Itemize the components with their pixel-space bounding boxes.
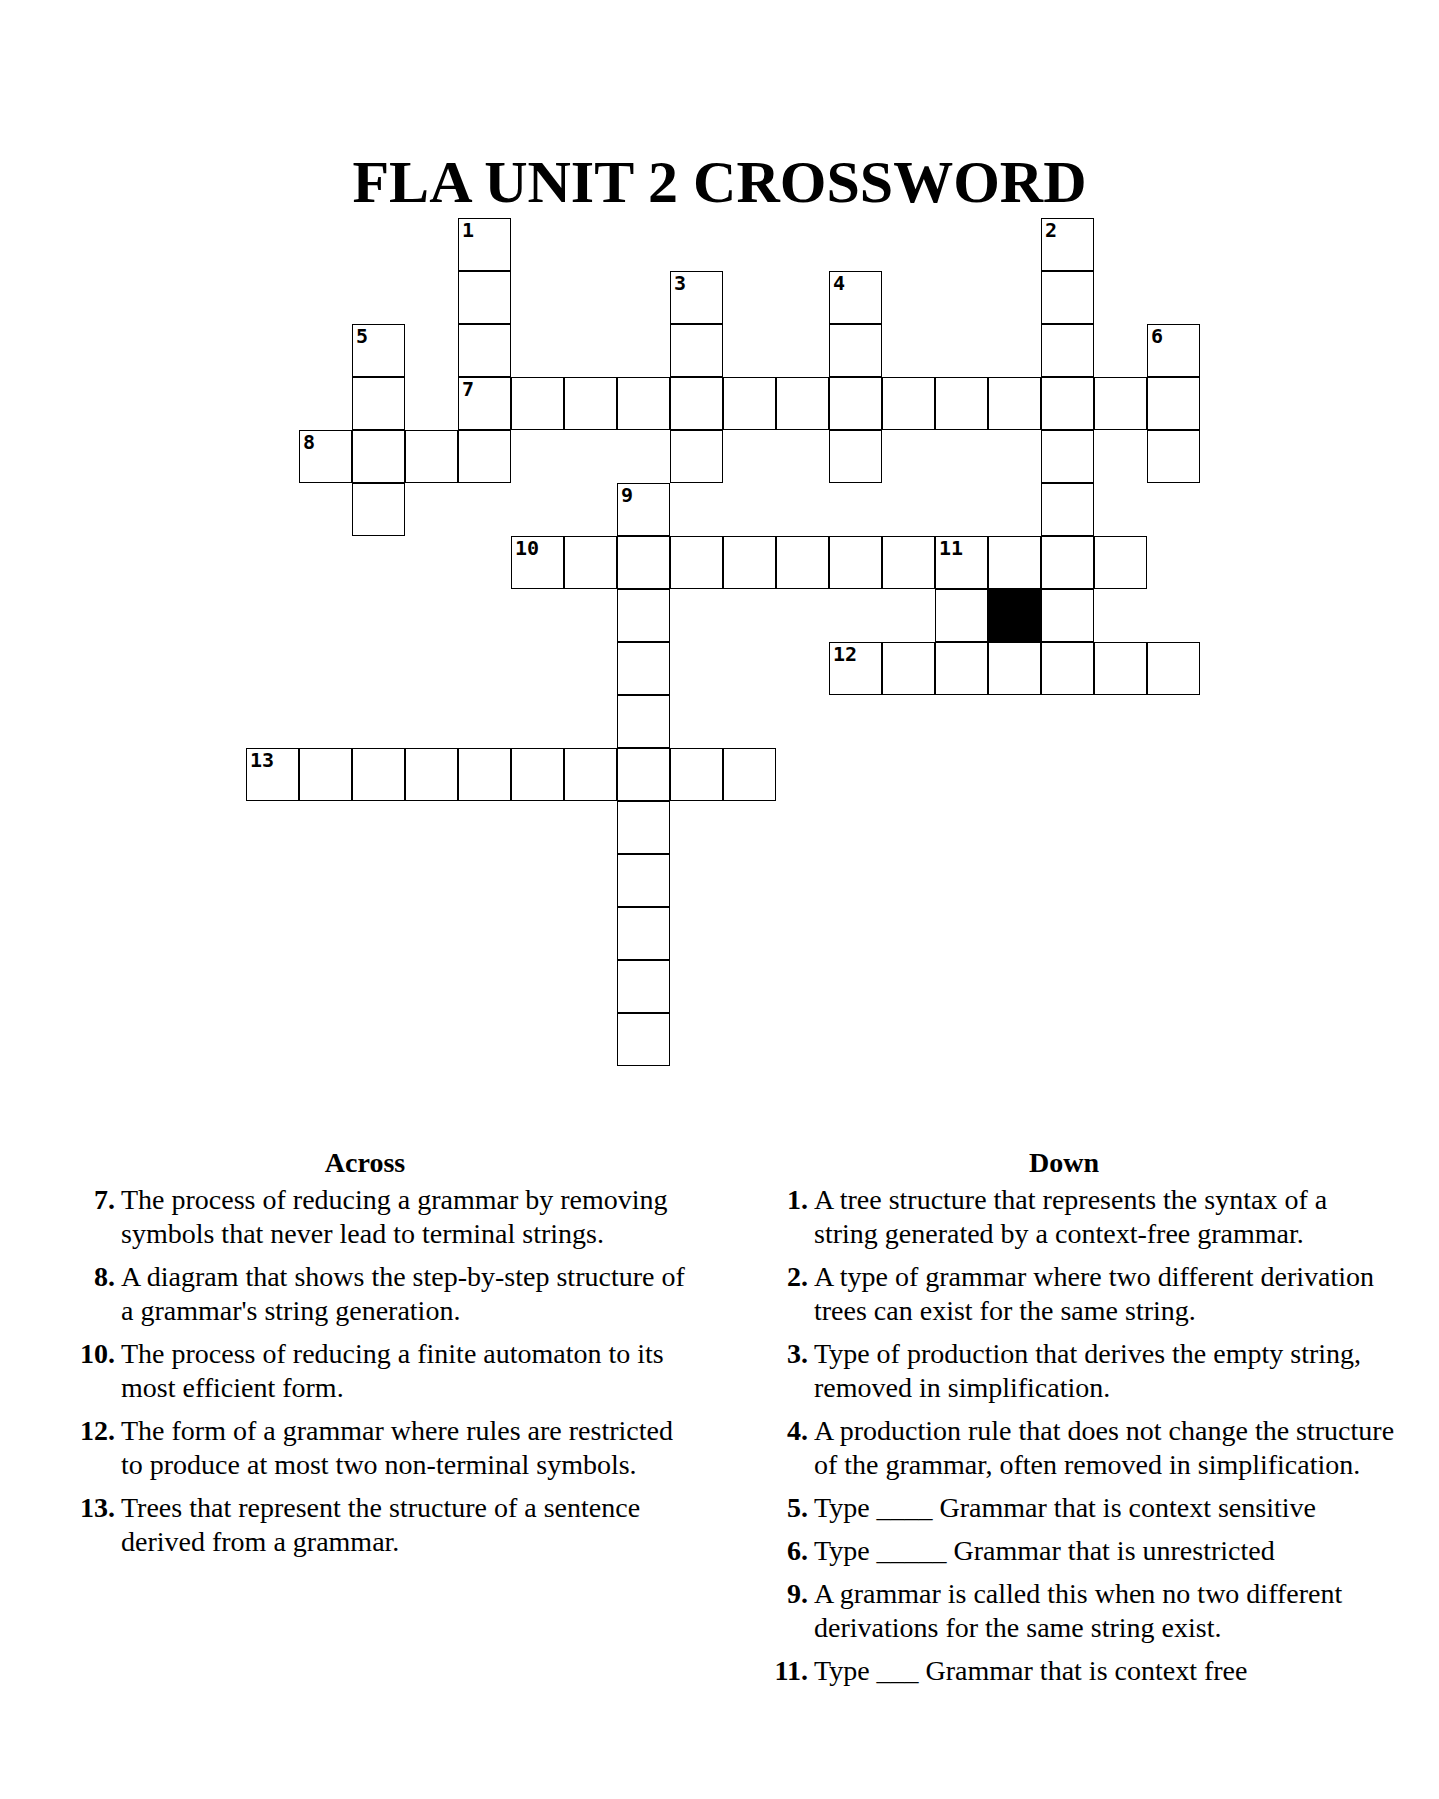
- cell-r2c4[interactable]: [458, 324, 511, 377]
- across-clue-list: 7.The process of reducing a grammar by r…: [40, 1183, 690, 1559]
- cell-r6c15[interactable]: [1041, 536, 1094, 589]
- across-clue-text: The process of reducing a finite automat…: [121, 1337, 690, 1405]
- clue-number-label-1: 1: [462, 220, 474, 240]
- cell-r4c11[interactable]: [829, 430, 882, 483]
- down-clue-text: A production rule that does not change t…: [814, 1414, 1395, 1482]
- cell-r10c3[interactable]: [405, 748, 458, 801]
- down-clue-list: 1.A tree structure that represents the s…: [733, 1183, 1395, 1688]
- cell-r7c15[interactable]: [1041, 589, 1094, 642]
- down-clue-2: 2.A type of grammar where two different …: [733, 1260, 1395, 1328]
- across-clues-section: Across 7.The process of reducing a gramm…: [40, 1146, 690, 1568]
- down-clue-number: 4.: [733, 1414, 808, 1482]
- across-clue-number: 12.: [40, 1414, 115, 1482]
- cell-r3c11[interactable]: [829, 377, 882, 430]
- page-title: FLA UNIT 2 CROSSWORD: [0, 152, 1439, 212]
- cell-r6c16[interactable]: [1094, 536, 1147, 589]
- down-heading: Down: [733, 1146, 1395, 1180]
- cell-r10c4[interactable]: [458, 748, 511, 801]
- across-clue-8: 8.A diagram that shows the step-by-step …: [40, 1260, 690, 1328]
- cell-r8c13[interactable]: [935, 642, 988, 695]
- cell-r8c16[interactable]: [1094, 642, 1147, 695]
- cell-r4c2[interactable]: [352, 430, 405, 483]
- down-clue-number: 1.: [733, 1183, 808, 1251]
- clue-number-label-4: 4: [833, 273, 845, 293]
- cell-r6c9[interactable]: [723, 536, 776, 589]
- across-clue-number: 7.: [40, 1183, 115, 1251]
- down-clue-text: A grammar is called this when no two dif…: [814, 1577, 1395, 1645]
- down-clues-section: Down 1.A tree structure that represents …: [733, 1146, 1395, 1697]
- down-clue-6: 6.Type _____ Grammar that is unrestricte…: [733, 1534, 1395, 1568]
- cell-r8c14[interactable]: [988, 642, 1041, 695]
- clue-number-label-9: 9: [621, 485, 633, 505]
- cell-r8c12[interactable]: [882, 642, 935, 695]
- crossword-grid: 12345678910111213: [246, 218, 1200, 1066]
- down-clue-5: 5.Type ____ Grammar that is context sens…: [733, 1491, 1395, 1525]
- cell-r3c6[interactable]: [564, 377, 617, 430]
- block-cell-r7c14: [988, 589, 1041, 642]
- cell-r10c9[interactable]: [723, 748, 776, 801]
- clue-number-label-11: 11: [939, 538, 963, 558]
- cell-r4c8[interactable]: [670, 430, 723, 483]
- cell-r4c4[interactable]: [458, 430, 511, 483]
- down-clue-3: 3.Type of production that derives the em…: [733, 1337, 1395, 1405]
- cell-r9c7[interactable]: [617, 695, 670, 748]
- down-clue-number: 9.: [733, 1577, 808, 1645]
- down-clue-text: Type ___ Grammar that is context free: [814, 1654, 1247, 1688]
- cell-r3c8[interactable]: [670, 377, 723, 430]
- cell-r6c12[interactable]: [882, 536, 935, 589]
- cell-r10c1[interactable]: [299, 748, 352, 801]
- down-clue-number: 5.: [733, 1491, 808, 1525]
- across-clue-number: 8.: [40, 1260, 115, 1328]
- cell-r3c13[interactable]: [935, 377, 988, 430]
- clue-number-label-6: 6: [1151, 326, 1163, 346]
- down-clue-1: 1.A tree structure that represents the s…: [733, 1183, 1395, 1251]
- across-clue-10: 10.The process of reducing a finite auto…: [40, 1337, 690, 1405]
- clue-number-label-2: 2: [1045, 220, 1057, 240]
- cell-r8c15[interactable]: [1041, 642, 1094, 695]
- cell-r6c7[interactable]: [617, 536, 670, 589]
- cell-r3c5[interactable]: [511, 377, 564, 430]
- cell-r6c6[interactable]: [564, 536, 617, 589]
- cell-r14c7[interactable]: [617, 960, 670, 1013]
- clue-number-label-5: 5: [356, 326, 368, 346]
- down-clue-number: 3.: [733, 1337, 808, 1405]
- cell-r11c7[interactable]: [617, 801, 670, 854]
- cell-r5c15[interactable]: [1041, 483, 1094, 536]
- down-clue-11: 11.Type ___ Grammar that is context free: [733, 1654, 1395, 1688]
- across-clue-text: The form of a grammar where rules are re…: [121, 1414, 690, 1482]
- across-clue-text: A diagram that shows the step-by-step st…: [121, 1260, 690, 1328]
- across-clue-13: 13.Trees that represent the structure of…: [40, 1491, 690, 1559]
- cell-r3c10[interactable]: [776, 377, 829, 430]
- cell-r6c11[interactable]: [829, 536, 882, 589]
- cell-r7c7[interactable]: [617, 589, 670, 642]
- clue-number-label-12: 12: [833, 644, 857, 664]
- cell-r10c6[interactable]: [564, 748, 617, 801]
- cell-r3c15[interactable]: [1041, 377, 1094, 430]
- cell-r10c7[interactable]: [617, 748, 670, 801]
- cell-r4c3[interactable]: [405, 430, 458, 483]
- cell-r3c17[interactable]: [1147, 377, 1200, 430]
- down-clue-number: 2.: [733, 1260, 808, 1328]
- cell-r3c14[interactable]: [988, 377, 1041, 430]
- down-clue-text: Type of production that derives the empt…: [814, 1337, 1395, 1405]
- cell-r6c8[interactable]: [670, 536, 723, 589]
- cell-r10c5[interactable]: [511, 748, 564, 801]
- cell-r4c15[interactable]: [1041, 430, 1094, 483]
- cell-r12c7[interactable]: [617, 854, 670, 907]
- down-clue-text: A tree structure that represents the syn…: [814, 1183, 1395, 1251]
- down-clue-text: Type ____ Grammar that is context sensit…: [814, 1491, 1316, 1525]
- cell-r3c2[interactable]: [352, 377, 405, 430]
- across-clue-7: 7.The process of reducing a grammar by r…: [40, 1183, 690, 1251]
- cell-r2c8[interactable]: [670, 324, 723, 377]
- cell-r1c15[interactable]: [1041, 271, 1094, 324]
- cell-r3c16[interactable]: [1094, 377, 1147, 430]
- cell-r6c14[interactable]: [988, 536, 1041, 589]
- cell-r4c17[interactable]: [1147, 430, 1200, 483]
- cell-r3c12[interactable]: [882, 377, 935, 430]
- cell-r10c8[interactable]: [670, 748, 723, 801]
- cell-r2c11[interactable]: [829, 324, 882, 377]
- cell-r5c2[interactable]: [352, 483, 405, 536]
- cell-r15c7[interactable]: [617, 1013, 670, 1066]
- down-clue-4: 4.A production rule that does not change…: [733, 1414, 1395, 1482]
- cell-r2c15[interactable]: [1041, 324, 1094, 377]
- cell-r6c10[interactable]: [776, 536, 829, 589]
- across-clue-text: Trees that represent the structure of a …: [121, 1491, 690, 1559]
- down-clue-9: 9.A grammar is called this when no two d…: [733, 1577, 1395, 1645]
- clue-number-label-10: 10: [515, 538, 539, 558]
- cell-r13c7[interactable]: [617, 907, 670, 960]
- across-clue-number: 10.: [40, 1337, 115, 1405]
- across-clue-number: 13.: [40, 1491, 115, 1559]
- down-clue-number: 6.: [733, 1534, 808, 1568]
- down-clue-text: Type _____ Grammar that is unrestricted: [814, 1534, 1275, 1568]
- clue-number-label-8: 8: [303, 432, 315, 452]
- clue-number-label-13: 13: [250, 750, 274, 770]
- cell-r3c9[interactable]: [723, 377, 776, 430]
- cell-r7c13[interactable]: [935, 589, 988, 642]
- clue-number-label-7: 7: [462, 379, 474, 399]
- across-clue-text: The process of reducing a grammar by rem…: [121, 1183, 690, 1251]
- clue-number-label-3: 3: [674, 273, 686, 293]
- cell-r10c2[interactable]: [352, 748, 405, 801]
- across-clue-12: 12.The form of a grammar where rules are…: [40, 1414, 690, 1482]
- cell-r3c7[interactable]: [617, 377, 670, 430]
- down-clue-number: 11.: [733, 1654, 808, 1688]
- cell-r8c7[interactable]: [617, 642, 670, 695]
- cell-r8c17[interactable]: [1147, 642, 1200, 695]
- across-heading: Across: [40, 1146, 690, 1180]
- cell-r1c4[interactable]: [458, 271, 511, 324]
- down-clue-text: A type of grammar where two different de…: [814, 1260, 1395, 1328]
